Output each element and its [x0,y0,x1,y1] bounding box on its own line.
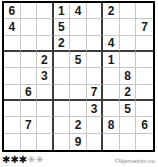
cell-r1c9[interactable] [136,3,153,19]
cell-r7c2[interactable] [21,101,38,117]
cell-r6c3[interactable] [37,85,54,101]
cell-r1c7[interactable]: 2 [103,3,120,19]
cell-r7c9[interactable] [136,101,153,117]
cell-r6c7[interactable] [103,85,120,101]
cell-r1c8[interactable] [120,3,137,19]
cell-r2c4[interactable]: 5 [54,19,71,35]
cell-r8c8[interactable] [120,117,137,133]
cell-r7c6[interactable]: 3 [87,101,104,117]
star-filled-icon: ✱ [10,154,18,165]
cell-r9c3[interactable] [37,134,54,150]
cell-r8c9[interactable]: 6 [136,117,153,133]
cell-r4c9[interactable] [136,52,153,68]
cell-r3c6[interactable] [87,36,104,52]
cell-r5c7[interactable] [103,68,120,84]
cell-r2c7[interactable] [103,19,120,35]
cell-r7c3[interactable] [37,101,54,117]
cell-r3c7[interactable]: 4 [103,36,120,52]
cell-r4c5[interactable]: 5 [70,52,87,68]
cell-r3c3[interactable] [37,36,54,52]
cell-r9c6[interactable] [87,134,104,150]
cell-r8c5[interactable]: 2 [70,117,87,133]
cell-r8c7[interactable]: 8 [103,117,120,133]
cell-r5c8[interactable]: 8 [120,68,137,84]
cell-r2c3[interactable] [37,19,54,35]
cell-r6c6[interactable]: 7 [87,85,104,101]
cell-r8c3[interactable] [37,117,54,133]
cell-r9c2[interactable] [21,134,38,150]
cell-r6c5[interactable] [70,85,87,101]
cell-r4c2[interactable] [21,52,38,68]
cell-r6c9[interactable] [136,85,153,101]
cell-r4c8[interactable] [120,52,137,68]
cell-r7c8[interactable]: 5 [120,101,137,117]
cell-r9c4[interactable] [54,134,71,150]
star-filled-icon: ✱ [19,154,27,165]
cell-r3c4[interactable]: 2 [54,36,71,52]
cell-r6c1[interactable] [4,85,21,101]
cell-r1c2[interactable] [21,3,38,19]
cell-r4c3[interactable]: 2 [37,52,54,68]
cell-r5c1[interactable] [4,68,21,84]
difficulty-stars: ✱✱✱✳✳ [2,153,44,166]
cell-r5c5[interactable] [70,68,87,84]
cell-r1c1[interactable]: 6 [4,3,21,19]
cell-r3c9[interactable] [136,36,153,52]
cell-r4c7[interactable]: 1 [103,52,120,68]
cell-r6c8[interactable]: 2 [120,85,137,101]
cell-r7c5[interactable] [70,101,87,117]
cell-r6c4[interactable] [54,85,71,101]
cell-r4c6[interactable] [87,52,104,68]
cell-r9c8[interactable] [120,134,137,150]
star-empty-icon: ✳ [27,154,35,165]
cell-r5c9[interactable] [136,68,153,84]
cell-r4c1[interactable] [4,52,21,68]
sudoku-page: 614245724251386723572869 ✱✱✱✳✳ ©Hjernetr… [0,0,158,167]
cell-r9c5[interactable]: 9 [70,134,87,150]
cell-r3c1[interactable] [4,36,21,52]
cell-r2c9[interactable]: 7 [136,19,153,35]
cell-r8c2[interactable]: 7 [21,117,38,133]
cell-r7c1[interactable] [4,101,21,117]
star-empty-icon: ✳ [36,154,44,165]
cell-r5c2[interactable] [21,68,38,84]
cell-r2c8[interactable] [120,19,137,35]
cell-r1c5[interactable]: 4 [70,3,87,19]
cell-r8c4[interactable] [54,117,71,133]
cell-r5c6[interactable] [87,68,104,84]
cell-r2c1[interactable]: 4 [4,19,21,35]
cell-r1c4[interactable]: 1 [54,3,71,19]
cell-r7c4[interactable] [54,101,71,117]
cell-r2c6[interactable] [87,19,104,35]
cell-r9c9[interactable] [136,134,153,150]
copyright-text: ©Hjernetrim.no [115,158,155,165]
cell-r3c5[interactable] [70,36,87,52]
cell-r5c3[interactable]: 3 [37,68,54,84]
cell-r5c4[interactable] [54,68,71,84]
cell-r2c2[interactable] [21,19,38,35]
cell-r9c7[interactable] [103,134,120,150]
cell-r9c1[interactable] [4,134,21,150]
cell-r6c2[interactable]: 6 [21,85,38,101]
cell-r3c8[interactable] [120,36,137,52]
cell-r2c5[interactable] [70,19,87,35]
cell-r1c3[interactable] [37,3,54,19]
cell-r8c1[interactable] [4,117,21,133]
cell-r7c7[interactable] [103,101,120,117]
sudoku-board[interactable]: 614245724251386723572869 [2,1,155,152]
cell-r4c4[interactable] [54,52,71,68]
cell-r8c6[interactable] [87,117,104,133]
cell-r1c6[interactable] [87,3,104,19]
cell-r3c2[interactable] [21,36,38,52]
